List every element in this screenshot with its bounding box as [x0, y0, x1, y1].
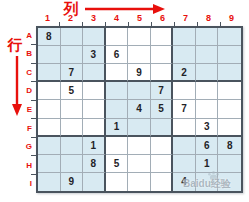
cell-B1[interactable] [38, 46, 61, 64]
col-label-4: 4 [105, 12, 128, 24]
col-label-6: 6 [151, 12, 174, 24]
cell-I8[interactable] [196, 173, 219, 191]
col-label-2: 2 [59, 12, 82, 24]
cell-C4[interactable] [106, 64, 129, 82]
cell-B7[interactable] [173, 46, 196, 64]
row-label-A: A [19, 26, 33, 45]
cell-A1[interactable]: 8 [38, 28, 61, 46]
cell-A7[interactable] [173, 28, 196, 46]
cell-A2[interactable] [61, 28, 84, 46]
cell-G2[interactable] [61, 137, 84, 155]
cell-H9[interactable] [218, 155, 241, 173]
cell-D8[interactable] [196, 82, 219, 100]
cell-H7[interactable] [173, 155, 196, 173]
cell-A4[interactable] [106, 28, 129, 46]
row-label-C: C [19, 63, 33, 82]
cell-C6[interactable] [151, 64, 174, 82]
cell-D7[interactable] [173, 82, 196, 100]
cell-F8[interactable]: 3 [196, 119, 219, 137]
cell-F9[interactable] [218, 119, 241, 137]
cell-I2[interactable]: 9 [61, 173, 84, 191]
cell-B2[interactable] [61, 46, 84, 64]
cell-G8[interactable]: 6 [196, 137, 219, 155]
row-label-E: E [19, 100, 33, 119]
cell-I7[interactable]: 4 [173, 173, 196, 191]
cell-G9[interactable]: 8 [218, 137, 241, 155]
cell-G5[interactable] [128, 137, 151, 155]
cell-E8[interactable] [196, 100, 219, 118]
cell-F5[interactable] [128, 119, 151, 137]
cell-E1[interactable] [38, 100, 61, 118]
cell-D6[interactable]: 7 [151, 82, 174, 100]
cell-C9[interactable] [218, 64, 241, 82]
cell-B4[interactable]: 6 [106, 46, 129, 64]
col-label-7: 7 [174, 12, 197, 24]
cell-F4[interactable]: 1 [106, 119, 129, 137]
cell-E2[interactable] [61, 100, 84, 118]
cell-G6[interactable] [151, 137, 174, 155]
cell-F3[interactable] [83, 119, 106, 137]
cell-D4[interactable] [106, 82, 129, 100]
sudoku-tutorial-image: 列 行 123456789 ABCDEFGHI 8367925745713168… [0, 0, 249, 202]
row-label-F: F [19, 119, 33, 138]
cell-C7[interactable]: 2 [173, 64, 196, 82]
cell-H4[interactable]: 5 [106, 155, 129, 173]
cell-D3[interactable] [83, 82, 106, 100]
cell-G1[interactable] [38, 137, 61, 155]
cell-B8[interactable] [196, 46, 219, 64]
cell-A3[interactable] [83, 28, 106, 46]
row-label-D: D [19, 82, 33, 101]
cell-A8[interactable] [196, 28, 219, 46]
cell-I3[interactable] [83, 173, 106, 191]
cell-D5[interactable] [128, 82, 151, 100]
cell-C3[interactable] [83, 64, 106, 82]
cell-E7[interactable]: 7 [173, 100, 196, 118]
cell-B3[interactable]: 3 [83, 46, 106, 64]
cell-A6[interactable] [151, 28, 174, 46]
cell-B9[interactable] [218, 46, 241, 64]
row-label-G: G [19, 137, 33, 156]
col-label-5: 5 [128, 12, 151, 24]
cell-H2[interactable] [61, 155, 84, 173]
cell-F6[interactable] [151, 119, 174, 137]
row-label-H: H [19, 156, 33, 175]
cell-G3[interactable]: 1 [83, 137, 106, 155]
col-label-8: 8 [197, 12, 220, 24]
cell-H3[interactable]: 8 [83, 155, 106, 173]
cell-F7[interactable] [173, 119, 196, 137]
cell-B5[interactable] [128, 46, 151, 64]
cell-E3[interactable] [83, 100, 106, 118]
cell-E9[interactable] [218, 100, 241, 118]
cell-H5[interactable] [128, 155, 151, 173]
cell-I5[interactable] [128, 173, 151, 191]
cell-I6[interactable] [151, 173, 174, 191]
cell-F2[interactable] [61, 119, 84, 137]
cell-I9[interactable] [218, 173, 241, 191]
cell-A9[interactable] [218, 28, 241, 46]
cell-H1[interactable] [38, 155, 61, 173]
col-label-9: 9 [220, 12, 243, 24]
cell-G4[interactable] [106, 137, 129, 155]
cell-H8[interactable]: 1 [196, 155, 219, 173]
cell-E6[interactable]: 5 [151, 100, 174, 118]
cell-A5[interactable] [128, 28, 151, 46]
cell-E5[interactable]: 4 [128, 100, 151, 118]
cell-I4[interactable] [106, 173, 129, 191]
cell-C2[interactable]: 7 [61, 64, 84, 82]
row-label-I: I [19, 174, 33, 193]
col-label-3: 3 [82, 12, 105, 24]
cell-B6[interactable] [151, 46, 174, 64]
col-label-1: 1 [36, 12, 59, 24]
cell-D2[interactable]: 5 [61, 82, 84, 100]
cell-H6[interactable] [151, 155, 174, 173]
cell-D9[interactable] [218, 82, 241, 100]
cell-C1[interactable] [38, 64, 61, 82]
cell-G7[interactable] [173, 137, 196, 155]
cell-F1[interactable] [38, 119, 61, 137]
cell-C8[interactable] [196, 64, 219, 82]
cell-C5[interactable]: 9 [128, 64, 151, 82]
sudoku-grid: 836792574571316885194 [36, 26, 243, 193]
row-label-B: B [19, 45, 33, 64]
cell-I1[interactable] [38, 173, 61, 191]
cell-D1[interactable] [38, 82, 61, 100]
cell-E4[interactable] [106, 100, 129, 118]
